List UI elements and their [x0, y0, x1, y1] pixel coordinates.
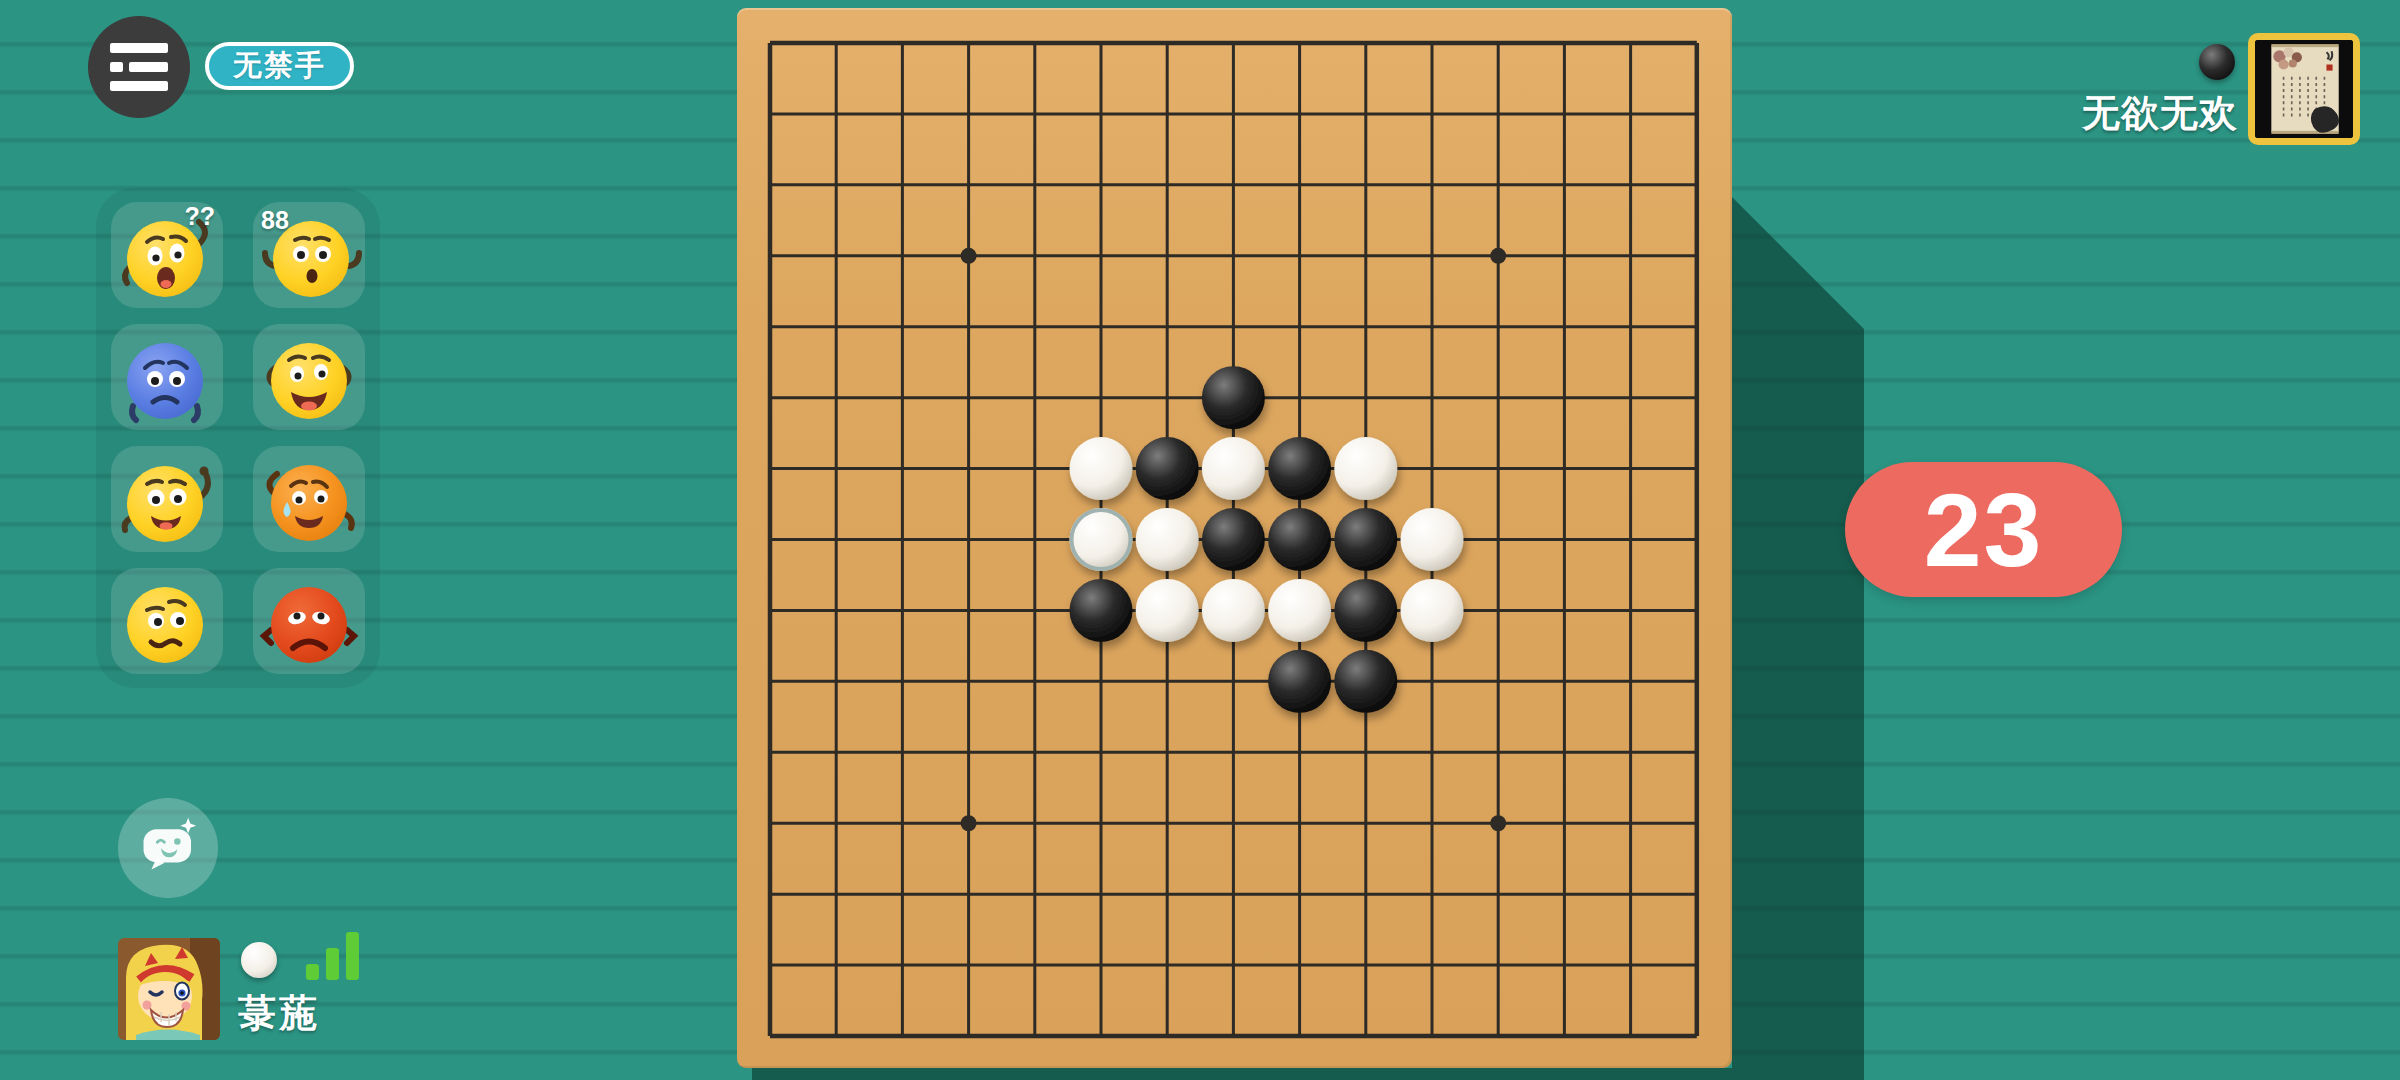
black-stone	[1202, 366, 1265, 429]
white-stone-icon	[241, 942, 277, 978]
black-stone	[1136, 437, 1199, 500]
white-stone	[1268, 579, 1331, 642]
black-stone	[1334, 579, 1397, 642]
black-stone	[1202, 508, 1265, 571]
confused-emoji-icon	[111, 202, 223, 308]
smug-emoji-icon	[111, 568, 223, 674]
emote-sad[interactable]	[111, 324, 223, 430]
ink-scroll-avatar-icon	[2255, 40, 2353, 138]
black-stone	[1268, 508, 1331, 571]
board-grid-and-stones[interactable]	[737, 8, 1732, 1068]
player-avatar[interactable]	[118, 938, 220, 1040]
game-screen: 无禁手 ??	[0, 0, 2400, 1080]
gomoku-board[interactable]	[737, 8, 1732, 1068]
white-stone	[1401, 579, 1464, 642]
opponent-avatar[interactable]	[2248, 33, 2360, 145]
move-timer-value: 23	[1924, 478, 2044, 582]
emote-bye-88[interactable]: 88	[253, 202, 365, 308]
white-stone	[1202, 579, 1265, 642]
emote-angry[interactable]	[253, 568, 365, 674]
cartoon-girl-avatar-icon	[118, 938, 220, 1040]
angry-emoji-icon	[253, 568, 365, 674]
rule-badge-label: 无禁手	[233, 46, 326, 86]
emote-crying[interactable]	[253, 446, 365, 552]
emote-laughing[interactable]	[253, 324, 365, 430]
cheering-emoji-icon	[111, 446, 223, 552]
move-timer-badge: 23	[1845, 462, 2122, 597]
chat-button[interactable]	[118, 798, 218, 898]
black-stone	[1268, 437, 1331, 500]
white-stone	[1334, 437, 1397, 500]
rule-badge: 无禁手	[205, 42, 354, 90]
laughing-emoji-icon	[253, 324, 365, 430]
emote-panel: ?? 88	[96, 188, 380, 688]
sad-emoji-icon	[111, 324, 223, 430]
hamburger-icon	[110, 43, 168, 91]
white-stone	[1136, 508, 1199, 571]
white-stone	[1070, 437, 1133, 500]
chat-emote-bubble-icon	[132, 812, 204, 884]
black-stone	[1070, 579, 1133, 642]
emote-cheering[interactable]	[111, 446, 223, 552]
signal-strength-icon	[306, 932, 366, 980]
white-stone	[1136, 579, 1199, 642]
emote-smug[interactable]	[111, 568, 223, 674]
menu-button[interactable]	[88, 16, 190, 118]
white-stone	[1202, 437, 1265, 500]
black-stone	[1268, 650, 1331, 713]
opponent-name: 无欲无欢	[2082, 88, 2238, 139]
black-stone-icon	[2199, 44, 2235, 80]
black-stone	[1334, 650, 1397, 713]
white-stone	[1401, 508, 1464, 571]
bye-88-emoji-icon	[253, 202, 365, 308]
player-name: 菉葹	[238, 988, 320, 1039]
crying-emoji-icon	[253, 446, 365, 552]
black-stone	[1334, 508, 1397, 571]
emote-confused[interactable]: ??	[111, 202, 223, 308]
